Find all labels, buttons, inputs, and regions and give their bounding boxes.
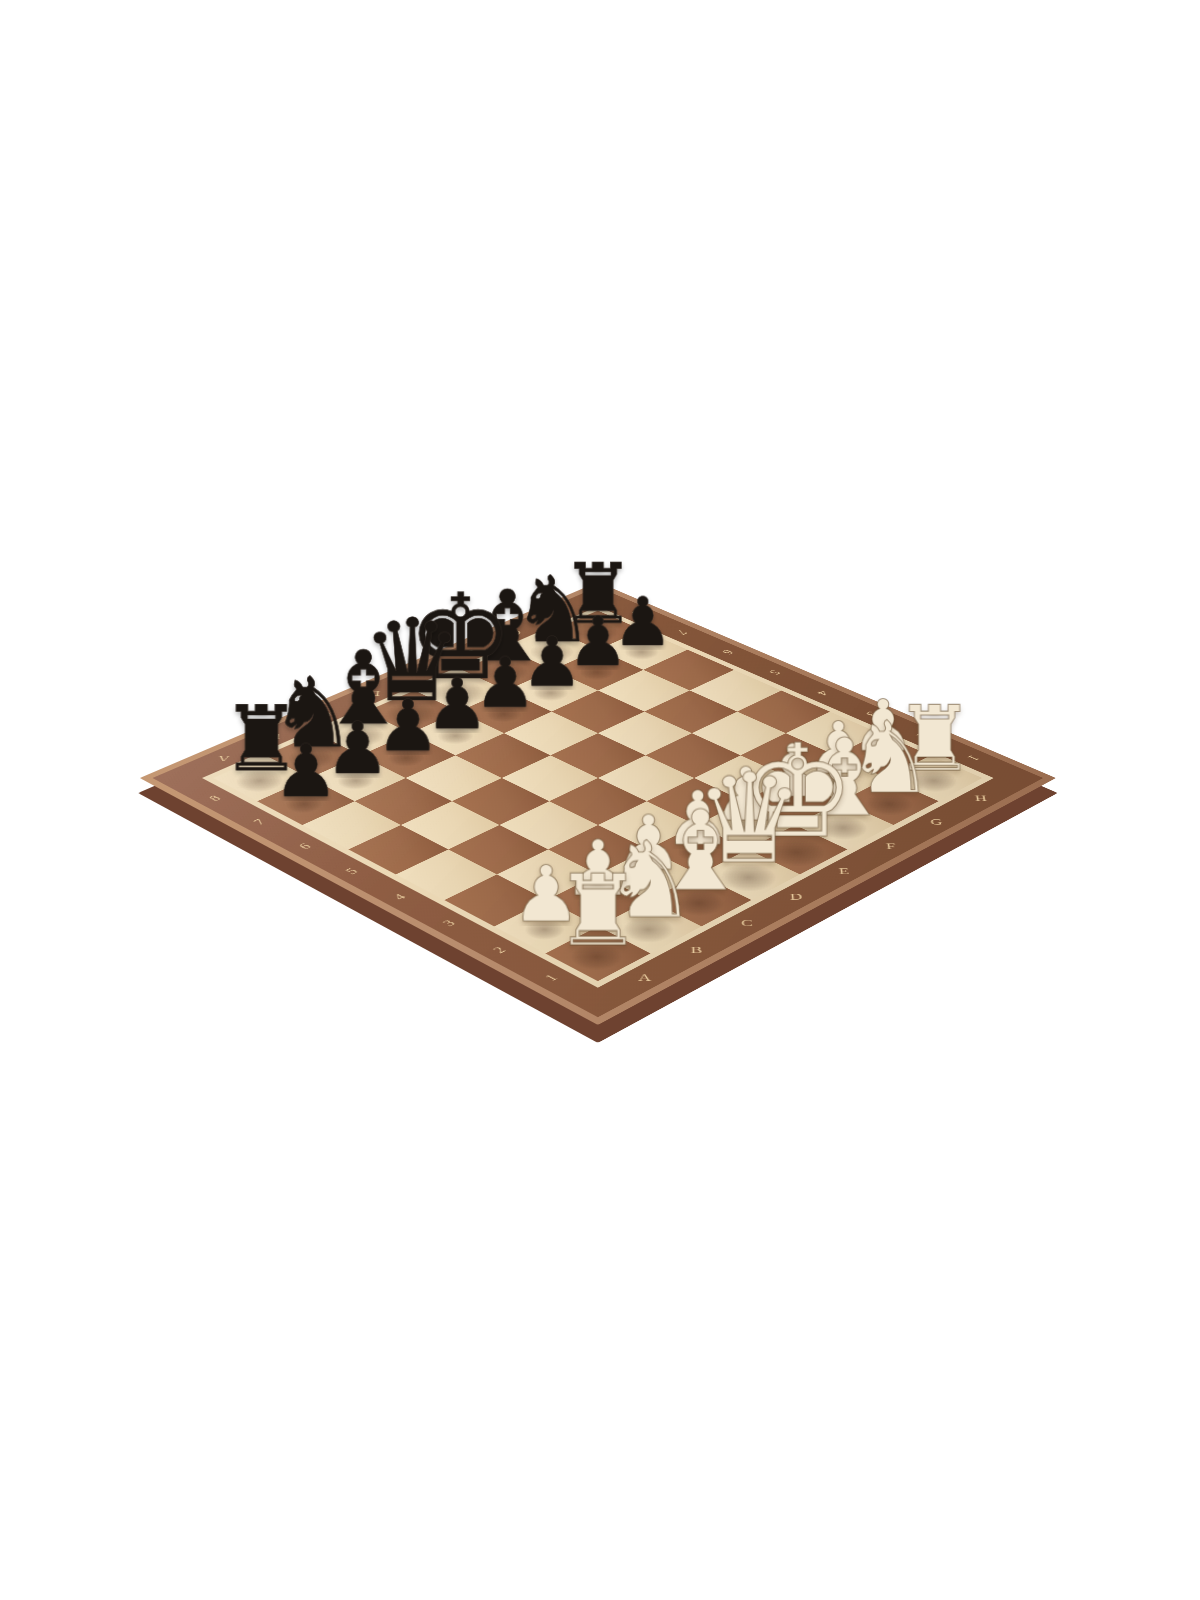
- product-photo-canvas: AABBCCDDEEFFGGHH1122334455667788♜♞♝♛♚♝♞♜…: [0, 0, 1200, 1600]
- piece-white-rook-a1[interactable]: ♜: [538, 820, 658, 953]
- pawn-icon: ♟: [273, 734, 338, 807]
- piece-black-pawn-a7[interactable]: ♟: [250, 678, 361, 801]
- scene: AABBCCDDEEFFGGHH1122334455667788♜♞♝♛♚♝♞♜…: [0, 0, 1200, 1600]
- rook-icon: ♜: [554, 862, 642, 960]
- chess-board: AABBCCDDEEFFGGHH1122334455667788♜♞♝♛♚♝♞♜…: [140, 582, 1056, 1025]
